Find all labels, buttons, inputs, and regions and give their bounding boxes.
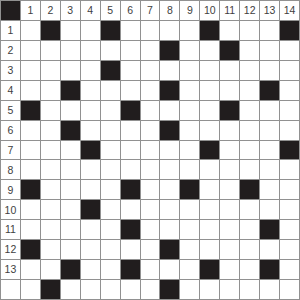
black-cell-r12c8 [160, 240, 179, 259]
col-label-12: 12 [240, 1, 259, 20]
white-cell-r13c8[interactable] [160, 260, 179, 279]
white-cell-r12c10[interactable] [200, 240, 219, 259]
white-cell-r7c13[interactable] [260, 141, 279, 160]
white-cell-r12c11[interactable] [220, 240, 239, 259]
white-cell-r3c10[interactable] [200, 61, 219, 80]
white-cell-r6c6[interactable] [121, 121, 140, 140]
white-cell-r5c12[interactable] [240, 101, 259, 120]
white-cell-r14c12[interactable] [240, 280, 259, 299]
white-cell-r8c14[interactable] [280, 160, 299, 179]
white-cell-r1c1[interactable] [21, 21, 40, 40]
white-cell-r9c8[interactable] [160, 180, 179, 199]
black-cell-r6c8 [160, 121, 179, 140]
white-cell-r2c13[interactable] [260, 41, 279, 60]
white-cell-r8c5[interactable] [101, 160, 120, 179]
black-cell-r9c9 [180, 180, 199, 199]
white-cell-r10c9[interactable] [180, 200, 199, 219]
black-cell-r13c3 [61, 260, 80, 279]
white-cell-r10c10[interactable] [200, 200, 219, 219]
white-cell-r12c4[interactable] [81, 240, 100, 259]
white-cell-r9c10[interactable] [200, 180, 219, 199]
black-cell-r5c11 [220, 101, 239, 120]
white-cell-r7c1[interactable] [21, 141, 40, 160]
white-cell-r10c8[interactable] [160, 200, 179, 219]
corner-cell [1, 1, 20, 20]
col-label-2: 2 [41, 1, 60, 20]
white-cell-r7c3[interactable] [61, 141, 80, 160]
white-cell-r13c14[interactable] [280, 260, 299, 279]
white-cell-r8c11[interactable] [220, 160, 239, 179]
white-cell-r8c10[interactable] [200, 160, 219, 179]
black-cell-r9c12 [240, 180, 259, 199]
row-label-1: 1 [1, 21, 20, 40]
white-cell-r12c6[interactable] [121, 240, 140, 259]
white-cell-r12c2[interactable] [41, 240, 60, 259]
white-cell-r9c5[interactable] [101, 180, 120, 199]
white-cell-r3c3[interactable] [61, 61, 80, 80]
black-cell-r7c14 [280, 141, 299, 160]
white-cell-r13c2[interactable] [41, 260, 60, 279]
white-cell-r8c1[interactable] [21, 160, 40, 179]
white-cell-r1c6[interactable] [121, 21, 140, 40]
white-cell-r4c9[interactable] [180, 81, 199, 100]
black-cell-r12c1 [21, 240, 40, 259]
col-label-7: 7 [141, 1, 160, 20]
white-cell-r10c12[interactable] [240, 200, 259, 219]
row-label-14 [1, 280, 20, 299]
white-cell-r12c5[interactable] [101, 240, 120, 259]
white-cell-r12c9[interactable] [180, 240, 199, 259]
white-cell-r3c9[interactable] [180, 61, 199, 80]
white-cell-r3c8[interactable] [160, 61, 179, 80]
white-cell-r5c14[interactable] [280, 101, 299, 120]
col-label-11: 11 [220, 1, 239, 20]
white-cell-r13c12[interactable] [240, 260, 259, 279]
white-cell-r7c5[interactable] [101, 141, 120, 160]
white-cell-r4c6[interactable] [121, 81, 140, 100]
white-cell-r8c4[interactable] [81, 160, 100, 179]
black-cell-r5c6 [121, 101, 140, 120]
white-cell-r8c13[interactable] [260, 160, 279, 179]
black-cell-r13c10 [200, 260, 219, 279]
white-cell-r4c14[interactable] [280, 81, 299, 100]
white-cell-r12c7[interactable] [141, 240, 160, 259]
white-cell-r8c9[interactable] [180, 160, 199, 179]
white-cell-r6c11[interactable] [220, 121, 239, 140]
white-cell-r6c12[interactable] [240, 121, 259, 140]
white-cell-r6c14[interactable] [280, 121, 299, 140]
black-cell-r2c8 [160, 41, 179, 60]
white-cell-r10c11[interactable] [220, 200, 239, 219]
white-cell-r9c2[interactable] [41, 180, 60, 199]
white-cell-r14c5[interactable] [101, 280, 120, 299]
white-cell-r1c11[interactable] [220, 21, 239, 40]
black-cell-r11c6 [121, 220, 140, 239]
black-cell-r3c5 [101, 61, 120, 80]
black-cell-r5c1 [21, 101, 40, 120]
white-cell-r6c13[interactable] [260, 121, 279, 140]
white-cell-r1c3[interactable] [61, 21, 80, 40]
white-cell-r6c10[interactable] [200, 121, 219, 140]
white-cell-r10c1[interactable] [21, 200, 40, 219]
white-cell-r11c5[interactable] [101, 220, 120, 239]
white-cell-r7c2[interactable] [41, 141, 60, 160]
white-cell-r6c7[interactable] [141, 121, 160, 140]
black-cell-r9c1 [21, 180, 40, 199]
row-label-13: 13 [1, 260, 20, 279]
white-cell-r3c13[interactable] [260, 61, 279, 80]
black-cell-r10c4 [81, 200, 100, 219]
puzzle-grid: 123456789101112131412345678910111213 [0, 0, 300, 300]
white-cell-r13c5[interactable] [101, 260, 120, 279]
white-cell-r2c12[interactable] [240, 41, 259, 60]
white-cell-r4c11[interactable] [220, 81, 239, 100]
col-label-3: 3 [61, 1, 80, 20]
black-cell-r1c10 [200, 21, 219, 40]
white-cell-r11c3[interactable] [61, 220, 80, 239]
white-cell-r5c8[interactable] [160, 101, 179, 120]
white-cell-r3c14[interactable] [280, 61, 299, 80]
white-cell-r9c14[interactable] [280, 180, 299, 199]
white-cell-r14c13[interactable] [260, 280, 279, 299]
white-cell-r10c13[interactable] [260, 200, 279, 219]
white-cell-r2c14[interactable] [280, 41, 299, 60]
black-cell-r11c13 [260, 220, 279, 239]
white-cell-r2c10[interactable] [200, 41, 219, 60]
white-cell-r9c4[interactable] [81, 180, 100, 199]
white-cell-r4c12[interactable] [240, 81, 259, 100]
row-label-4: 4 [1, 81, 20, 100]
white-cell-r2c2[interactable] [41, 41, 60, 60]
white-cell-r11c10[interactable] [200, 220, 219, 239]
white-cell-r1c7[interactable] [141, 21, 160, 40]
white-cell-r7c12[interactable] [240, 141, 259, 160]
black-cell-r1c14 [280, 21, 299, 40]
white-cell-r8c3[interactable] [61, 160, 80, 179]
white-cell-r10c6[interactable] [121, 200, 140, 219]
col-label-13: 13 [260, 1, 279, 20]
white-cell-r7c6[interactable] [121, 141, 140, 160]
white-cell-r3c12[interactable] [240, 61, 259, 80]
white-cell-r14c9[interactable] [180, 280, 199, 299]
white-cell-r5c3[interactable] [61, 101, 80, 120]
white-cell-r11c2[interactable] [41, 220, 60, 239]
row-label-8: 8 [1, 160, 20, 179]
black-cell-r1c2 [41, 21, 60, 40]
white-cell-r11c4[interactable] [81, 220, 100, 239]
white-cell-r14c3[interactable] [61, 280, 80, 299]
white-cell-r4c10[interactable] [200, 81, 219, 100]
white-cell-r5c9[interactable] [180, 101, 199, 120]
white-cell-r3c7[interactable] [141, 61, 160, 80]
black-cell-r4c13 [260, 81, 279, 100]
row-label-2: 2 [1, 41, 20, 60]
black-cell-r13c13 [260, 260, 279, 279]
white-cell-r6c4[interactable] [81, 121, 100, 140]
white-cell-r3c1[interactable] [21, 61, 40, 80]
black-cell-r1c5 [101, 21, 120, 40]
white-cell-r7c8[interactable] [160, 141, 179, 160]
black-cell-r6c3 [61, 121, 80, 140]
white-cell-r7c9[interactable] [180, 141, 199, 160]
white-cell-r5c5[interactable] [101, 101, 120, 120]
col-label-8: 8 [160, 1, 179, 20]
white-cell-r9c3[interactable] [61, 180, 80, 199]
white-cell-r14c11[interactable] [220, 280, 239, 299]
black-cell-r4c3 [61, 81, 80, 100]
white-cell-r12c14[interactable] [280, 240, 299, 259]
white-cell-r4c5[interactable] [101, 81, 120, 100]
white-cell-r10c5[interactable] [101, 200, 120, 219]
white-cell-r2c7[interactable] [141, 41, 160, 60]
white-cell-r2c1[interactable] [21, 41, 40, 60]
white-cell-r6c9[interactable] [180, 121, 199, 140]
white-cell-r2c3[interactable] [61, 41, 80, 60]
white-cell-r5c13[interactable] [260, 101, 279, 120]
white-cell-r2c9[interactable] [180, 41, 199, 60]
white-cell-r10c14[interactable] [280, 200, 299, 219]
white-cell-r2c5[interactable] [101, 41, 120, 60]
white-cell-r8c12[interactable] [240, 160, 259, 179]
black-cell-r13c6 [121, 260, 140, 279]
col-label-5: 5 [101, 1, 120, 20]
white-cell-r14c10[interactable] [200, 280, 219, 299]
white-cell-r11c1[interactable] [21, 220, 40, 239]
row-label-6: 6 [1, 121, 20, 140]
white-cell-r9c11[interactable] [220, 180, 239, 199]
white-cell-r4c2[interactable] [41, 81, 60, 100]
white-cell-r12c12[interactable] [240, 240, 259, 259]
white-cell-r8c6[interactable] [121, 160, 140, 179]
white-cell-r1c12[interactable] [240, 21, 259, 40]
white-cell-r9c13[interactable] [260, 180, 279, 199]
black-cell-r9c6 [121, 180, 140, 199]
white-cell-r8c8[interactable] [160, 160, 179, 179]
white-cell-r14c4[interactable] [81, 280, 100, 299]
white-cell-r13c11[interactable] [220, 260, 239, 279]
col-label-9: 9 [180, 1, 199, 20]
white-cell-r11c11[interactable] [220, 220, 239, 239]
white-cell-r1c9[interactable] [180, 21, 199, 40]
white-cell-r3c2[interactable] [41, 61, 60, 80]
white-cell-r3c6[interactable] [121, 61, 140, 80]
col-label-1: 1 [21, 1, 40, 20]
row-label-5: 5 [1, 101, 20, 120]
black-cell-r14c2 [41, 280, 60, 299]
white-cell-r11c12[interactable] [240, 220, 259, 239]
white-cell-r8c2[interactable] [41, 160, 60, 179]
black-cell-r7c4 [81, 141, 100, 160]
row-label-10: 10 [1, 200, 20, 219]
row-label-12: 12 [1, 240, 20, 259]
white-cell-r13c1[interactable] [21, 260, 40, 279]
black-cell-r7c10 [200, 141, 219, 160]
white-cell-r1c13[interactable] [260, 21, 279, 40]
row-label-3: 3 [1, 61, 20, 80]
white-cell-r14c7[interactable] [141, 280, 160, 299]
white-cell-r6c5[interactable] [101, 121, 120, 140]
white-cell-r14c1[interactable] [21, 280, 40, 299]
col-label-14: 14 [280, 1, 299, 20]
white-cell-r6c2[interactable] [41, 121, 60, 140]
col-label-4: 4 [81, 1, 100, 20]
white-cell-r14c6[interactable] [121, 280, 140, 299]
col-label-6: 6 [121, 1, 140, 20]
white-cell-r7c11[interactable] [220, 141, 239, 160]
white-cell-r1c8[interactable] [160, 21, 179, 40]
white-cell-r4c4[interactable] [81, 81, 100, 100]
white-cell-r11c7[interactable] [141, 220, 160, 239]
white-cell-r4c7[interactable] [141, 81, 160, 100]
white-cell-r10c3[interactable] [61, 200, 80, 219]
white-cell-r5c7[interactable] [141, 101, 160, 120]
white-cell-r2c6[interactable] [121, 41, 140, 60]
white-cell-r11c14[interactable] [280, 220, 299, 239]
white-cell-r3c11[interactable] [220, 61, 239, 80]
white-cell-r12c13[interactable] [260, 240, 279, 259]
white-cell-r13c9[interactable] [180, 260, 199, 279]
white-cell-r5c2[interactable] [41, 101, 60, 120]
black-cell-r2c11 [220, 41, 239, 60]
white-cell-r11c8[interactable] [160, 220, 179, 239]
black-cell-r4c8 [160, 81, 179, 100]
white-cell-r9c7[interactable] [141, 180, 160, 199]
white-cell-r7c7[interactable] [141, 141, 160, 160]
white-cell-r10c7[interactable] [141, 200, 160, 219]
black-cell-r14c8 [160, 280, 179, 299]
white-cell-r12c3[interactable] [61, 240, 80, 259]
white-cell-r11c9[interactable] [180, 220, 199, 239]
white-cell-r14c14[interactable] [280, 280, 299, 299]
white-cell-r4c1[interactable] [21, 81, 40, 100]
white-cell-r1c4[interactable] [81, 21, 100, 40]
col-label-10: 10 [200, 1, 219, 20]
white-cell-r5c10[interactable] [200, 101, 219, 120]
white-cell-r10c2[interactable] [41, 200, 60, 219]
white-cell-r13c4[interactable] [81, 260, 100, 279]
white-cell-r3c4[interactable] [81, 61, 100, 80]
row-label-9: 9 [1, 180, 20, 199]
white-cell-r6c1[interactable] [21, 121, 40, 140]
row-label-7: 7 [1, 141, 20, 160]
white-cell-r5c4[interactable] [81, 101, 100, 120]
white-cell-r8c7[interactable] [141, 160, 160, 179]
white-cell-r13c7[interactable] [141, 260, 160, 279]
row-label-11: 11 [1, 220, 20, 239]
white-cell-r2c4[interactable] [81, 41, 100, 60]
